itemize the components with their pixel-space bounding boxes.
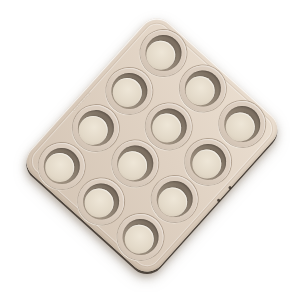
cup-floor: [113, 146, 154, 187]
cup-floor: [146, 108, 187, 149]
rim-nub: [217, 198, 221, 202]
cup-floor: [186, 144, 227, 185]
cup-floor: [73, 110, 114, 151]
product-photo-background: CHEFMADE: [0, 0, 292, 292]
cup-floor: [79, 183, 120, 224]
muffin-pan: CHEFMADE: [19, 11, 285, 279]
cup-well: [36, 140, 87, 191]
cup-floor: [180, 70, 221, 111]
cup-floor: [39, 147, 80, 188]
cup-floor: [118, 219, 159, 260]
cup-floor: [152, 181, 193, 222]
cup-grid: [25, 16, 279, 273]
cup-well: [116, 212, 167, 263]
rim-nub: [228, 186, 232, 190]
cup-floor: [141, 35, 182, 76]
cup-well: [76, 176, 127, 227]
cup-floor: [220, 106, 261, 147]
cup-floor: [107, 72, 148, 113]
pan-drop-shadow: CHEFMADE: [65, 43, 239, 247]
